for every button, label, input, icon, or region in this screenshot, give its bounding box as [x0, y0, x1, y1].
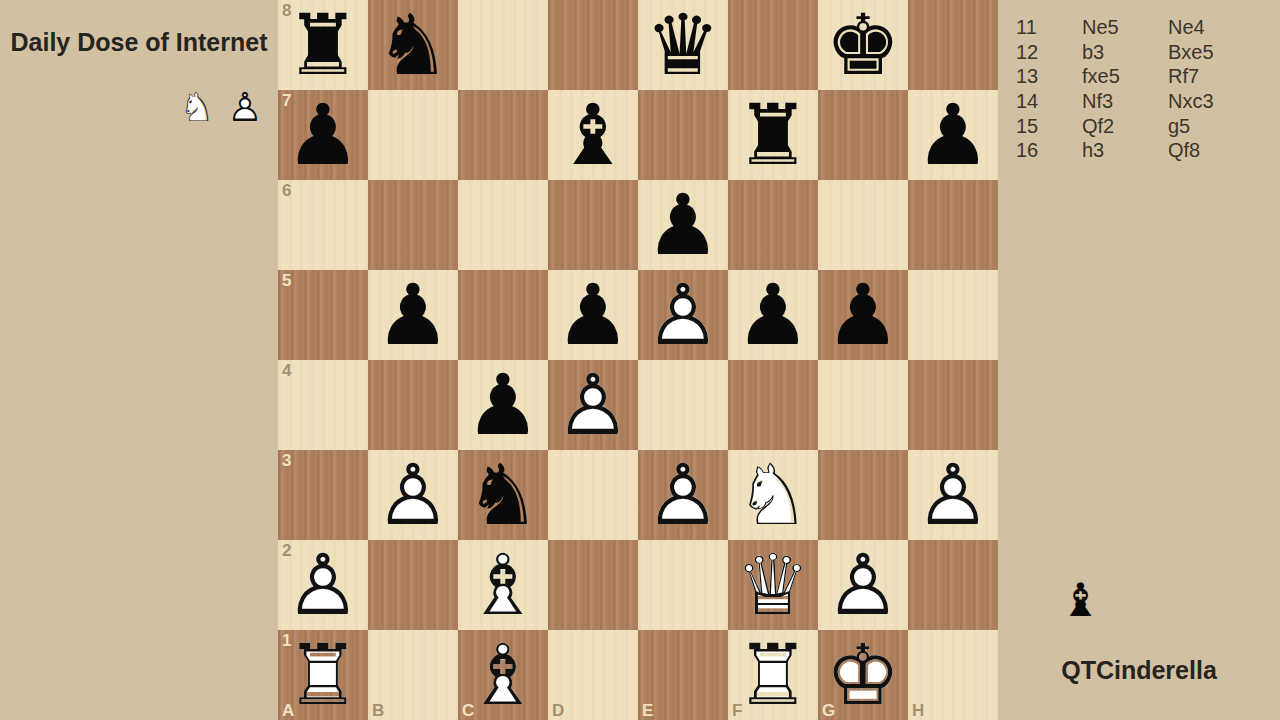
white-pawn-outline: ♙ [818, 541, 908, 629]
white-bishop-outline: ♗ [458, 541, 548, 629]
square-e3[interactable]: ♟♙ [638, 450, 728, 540]
black-bishop-icon: ♝ [1060, 573, 1101, 627]
file-label-H: H [912, 702, 924, 719]
white-pawn-outline: ♙ [638, 451, 728, 539]
square-b4[interactable] [368, 360, 458, 450]
square-c3[interactable]: ♞ [458, 450, 548, 540]
square-f8[interactable] [728, 0, 818, 90]
white-pawn[interactable]: ♟♙ [818, 541, 908, 629]
white-queen[interactable]: ♛♕ [728, 541, 818, 629]
square-b5[interactable]: ♟ [368, 270, 458, 360]
white-bishop[interactable]: ♝♗ [458, 631, 548, 719]
move-row-15: 15Qf2g5 [1016, 114, 1266, 139]
square-c4[interactable]: ♟ [458, 360, 548, 450]
white-captured-tray: ♝ [1060, 576, 1101, 624]
black-pawn[interactable]: ♟ [458, 361, 548, 449]
square-e4[interactable] [638, 360, 728, 450]
move-row-12: 12b3Bxe5 [1016, 40, 1266, 65]
square-e6[interactable]: ♟ [638, 180, 728, 270]
black-pawn[interactable]: ♟ [278, 91, 368, 179]
square-f2[interactable]: ♛♕ [728, 540, 818, 630]
square-a2[interactable]: 2♟♙ [278, 540, 368, 630]
square-c1[interactable]: C♝♗ [458, 630, 548, 720]
square-f7[interactable]: ♜ [728, 90, 818, 180]
move-number: 14 [1016, 90, 1082, 113]
square-a3[interactable]: 3 [278, 450, 368, 540]
move-number: 13 [1016, 65, 1082, 88]
white-pawn-outline: ♙ [278, 541, 368, 629]
square-d6[interactable] [548, 180, 638, 270]
black-player-panel: Daily Dose of Internet ♞♘♟♙ [0, 0, 278, 720]
white-pawn[interactable]: ♟♙ [638, 271, 728, 359]
square-b7[interactable] [368, 90, 458, 180]
square-g3[interactable] [818, 450, 908, 540]
white-pawn[interactable]: ♟♙ [548, 361, 638, 449]
square-a4[interactable]: 4 [278, 360, 368, 450]
square-b6[interactable] [368, 180, 458, 270]
white-pawn-outline: ♙ [908, 451, 998, 539]
square-d2[interactable] [548, 540, 638, 630]
white-pawn[interactable]: ♟♙ [368, 451, 458, 539]
move-number: 11 [1016, 16, 1082, 39]
rank-label-5: 5 [282, 272, 291, 289]
square-d3[interactable] [548, 450, 638, 540]
square-d8[interactable] [548, 0, 638, 90]
rank-label-3: 3 [282, 452, 291, 469]
square-d5[interactable]: ♟ [548, 270, 638, 360]
white-pawn-outline: ♙ [638, 271, 728, 359]
square-f6[interactable] [728, 180, 818, 270]
black-move: Ne4 [1168, 16, 1266, 39]
move-row-14: 14Nf3Nxc3 [1016, 89, 1266, 114]
square-h2[interactable] [908, 540, 998, 630]
video-frame: Daily Dose of Internet ♞♘♟♙ 8♜♞♛♚7♟♝♜♟6♟… [0, 0, 1280, 720]
square-c5[interactable] [458, 270, 548, 360]
square-a1[interactable]: 1A♜♖ [278, 630, 368, 720]
black-move: Bxe5 [1168, 41, 1266, 64]
white-move: Ne5 [1082, 16, 1168, 39]
square-h8[interactable] [908, 0, 998, 90]
chess-board: 8♜♞♛♚7♟♝♜♟6♟5♟♟♟♙♟♟4♟♟♙3♟♙♞♟♙♞♘♟♙2♟♙♝♗♛♕… [278, 0, 998, 720]
white-move: Nf3 [1082, 90, 1168, 113]
square-f5[interactable]: ♟ [728, 270, 818, 360]
move-number: 15 [1016, 115, 1082, 138]
square-g6[interactable] [818, 180, 908, 270]
file-label-B: B [372, 702, 384, 719]
square-h7[interactable]: ♟ [908, 90, 998, 180]
white-queen-outline: ♕ [728, 541, 818, 629]
black-rook[interactable]: ♜ [728, 91, 818, 179]
square-f3[interactable]: ♞♘ [728, 450, 818, 540]
square-a7[interactable]: 7♟ [278, 90, 368, 180]
square-f4[interactable] [728, 360, 818, 450]
black-king[interactable]: ♚ [818, 1, 908, 89]
white-bishop-outline: ♗ [458, 631, 548, 719]
white-pawn-outline: ♙ [226, 86, 264, 128]
white-rook-outline: ♖ [278, 631, 368, 719]
file-label-E: E [642, 702, 653, 719]
white-knight-outline: ♘ [178, 86, 216, 128]
white-knight-icon: ♞♘ [178, 86, 216, 128]
black-pawn[interactable]: ♟ [368, 271, 458, 359]
square-g8[interactable]: ♚ [818, 0, 908, 90]
square-d1[interactable]: D [548, 630, 638, 720]
square-h6[interactable] [908, 180, 998, 270]
square-c7[interactable] [458, 90, 548, 180]
white-pawn[interactable]: ♟♙ [638, 451, 728, 539]
black-pawn[interactable]: ♟ [818, 271, 908, 359]
black-knight[interactable]: ♞ [458, 451, 548, 539]
square-h3[interactable]: ♟♙ [908, 450, 998, 540]
square-g4[interactable] [818, 360, 908, 450]
white-player-name: QTCinderella [998, 656, 1280, 685]
white-knight[interactable]: ♞♘ [728, 451, 818, 539]
white-pawn-icon: ♟♙ [226, 86, 264, 128]
square-g2[interactable]: ♟♙ [818, 540, 908, 630]
square-e8[interactable]: ♛ [638, 0, 728, 90]
white-knight-outline: ♘ [728, 451, 818, 539]
rank-label-6: 6 [282, 182, 291, 199]
white-move: Qf2 [1082, 115, 1168, 138]
square-e2[interactable] [638, 540, 728, 630]
move-number: 16 [1016, 139, 1082, 162]
black-move: Rf7 [1168, 65, 1266, 88]
square-d7[interactable]: ♝ [548, 90, 638, 180]
move-row-13: 13fxe5Rf7 [1016, 64, 1266, 89]
white-pawn-outline: ♙ [548, 361, 638, 449]
white-king-outline: ♔ [818, 631, 908, 719]
square-b8[interactable]: ♞ [368, 0, 458, 90]
square-f1[interactable]: F♜♖ [728, 630, 818, 720]
white-move: fxe5 [1082, 65, 1168, 88]
black-pawn[interactable]: ♟ [908, 91, 998, 179]
black-player-name: Daily Dose of Internet [0, 28, 278, 57]
square-d4[interactable]: ♟♙ [548, 360, 638, 450]
black-knight[interactable]: ♞ [368, 1, 458, 89]
file-label-D: D [552, 702, 564, 719]
move-list: 11Ne5Ne412b3Bxe513fxe5Rf714Nf3Nxc315Qf2g… [1016, 15, 1266, 163]
square-g1[interactable]: G♚♔ [818, 630, 908, 720]
white-rook[interactable]: ♜♖ [278, 631, 368, 719]
square-b2[interactable] [368, 540, 458, 630]
white-player-panel: 11Ne5Ne412b3Bxe513fxe5Rf714Nf3Nxc315Qf2g… [998, 0, 1280, 720]
square-e1[interactable]: E [638, 630, 728, 720]
white-move: b3 [1082, 41, 1168, 64]
black-move: Qf8 [1168, 139, 1266, 162]
move-row-16: 16h3Qf8 [1016, 138, 1266, 163]
black-move: Nxc3 [1168, 90, 1266, 113]
white-pawn[interactable]: ♟♙ [908, 451, 998, 539]
square-b3[interactable]: ♟♙ [368, 450, 458, 540]
square-g5[interactable]: ♟ [818, 270, 908, 360]
square-h4[interactable] [908, 360, 998, 450]
black-pawn[interactable]: ♟ [638, 181, 728, 269]
square-e7[interactable] [638, 90, 728, 180]
square-a8[interactable]: 8♜ [278, 0, 368, 90]
square-c6[interactable] [458, 180, 548, 270]
square-a6[interactable]: 6 [278, 180, 368, 270]
black-bishop[interactable]: ♝ [548, 91, 638, 179]
square-b1[interactable]: B [368, 630, 458, 720]
move-row-11: 11Ne5Ne4 [1016, 15, 1266, 40]
square-h1[interactable]: H [908, 630, 998, 720]
square-h5[interactable] [908, 270, 998, 360]
square-e5[interactable]: ♟♙ [638, 270, 728, 360]
black-pawn[interactable]: ♟ [728, 271, 818, 359]
white-pawn[interactable]: ♟♙ [278, 541, 368, 629]
square-g7[interactable] [818, 90, 908, 180]
white-bishop[interactable]: ♝♗ [458, 541, 548, 629]
white-king[interactable]: ♚♔ [818, 631, 908, 719]
black-move: g5 [1168, 115, 1266, 138]
white-pawn-outline: ♙ [368, 451, 458, 539]
square-a5[interactable]: 5 [278, 270, 368, 360]
white-rook[interactable]: ♜♖ [728, 631, 818, 719]
black-rook[interactable]: ♜ [278, 1, 368, 89]
white-move: h3 [1082, 139, 1168, 162]
black-captured-tray: ♞♘♟♙ [178, 86, 264, 128]
move-number: 12 [1016, 41, 1082, 64]
rank-label-4: 4 [282, 362, 291, 379]
square-c2[interactable]: ♝♗ [458, 540, 548, 630]
black-queen[interactable]: ♛ [638, 1, 728, 89]
black-pawn[interactable]: ♟ [548, 271, 638, 359]
white-rook-outline: ♖ [728, 631, 818, 719]
square-c8[interactable] [458, 0, 548, 90]
